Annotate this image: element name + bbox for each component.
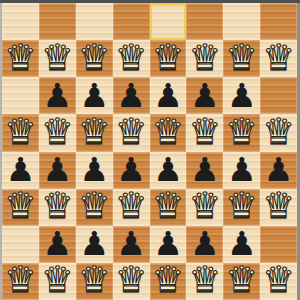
white-queen: ♛ xyxy=(226,189,258,225)
white-queen: ♛ xyxy=(189,40,221,76)
square-g8[interactable] xyxy=(223,3,260,40)
square-h2[interactable] xyxy=(260,226,297,263)
black-pawn: ♟ xyxy=(43,79,73,112)
square-e7[interactable]: ♛ xyxy=(150,40,187,77)
black-pawn: ♟ xyxy=(264,153,294,186)
square-e1[interactable]: ♛ xyxy=(150,263,187,300)
white-queen: ♛ xyxy=(115,40,147,76)
square-b2[interactable]: ♟ xyxy=(39,226,76,263)
square-h6[interactable] xyxy=(260,77,297,114)
square-b5[interactable]: ♛ xyxy=(39,114,76,151)
square-a4[interactable]: ♟ xyxy=(2,152,39,189)
black-pawn: ♟ xyxy=(79,227,109,260)
square-g4[interactable]: ♟ xyxy=(223,152,260,189)
black-pawn: ♟ xyxy=(79,79,109,112)
white-queen: ♛ xyxy=(152,40,184,76)
square-a5[interactable]: ♛ xyxy=(2,114,39,151)
black-pawn: ♟ xyxy=(43,153,73,186)
white-queen: ♛ xyxy=(152,114,184,150)
square-c2[interactable]: ♟ xyxy=(76,226,113,263)
square-b4[interactable]: ♟ xyxy=(39,152,76,189)
white-queen: ♛ xyxy=(262,263,294,299)
white-queen: ♛ xyxy=(41,40,73,76)
white-queen: ♛ xyxy=(78,189,110,225)
square-f4[interactable]: ♟ xyxy=(186,152,223,189)
square-g7[interactable]: ♛ xyxy=(223,40,260,77)
white-queen: ♛ xyxy=(115,114,147,150)
square-h5[interactable]: ♛ xyxy=(260,114,297,151)
black-pawn: ♟ xyxy=(190,153,220,186)
black-pawn: ♟ xyxy=(227,79,257,112)
square-f3[interactable]: ♛ xyxy=(186,189,223,226)
square-a6[interactable] xyxy=(2,77,39,114)
white-queen: ♛ xyxy=(78,40,110,76)
square-a2[interactable] xyxy=(2,226,39,263)
square-h8[interactable] xyxy=(260,3,297,40)
square-d3[interactable]: ♛ xyxy=(113,189,150,226)
black-pawn: ♟ xyxy=(43,227,73,260)
square-e5[interactable]: ♛ xyxy=(150,114,187,151)
square-h7[interactable]: ♛ xyxy=(260,40,297,77)
chess-board: ♛♛♛♛♛♛♛♛♟♟♟♟♟♟♛♛♛♛♛♛♛♛♟♟♟♟♟♟♟♟♛♛♛♛♛♛♛♛♟♟… xyxy=(2,3,297,300)
black-pawn: ♟ xyxy=(227,227,257,260)
square-c6[interactable]: ♟ xyxy=(76,77,113,114)
square-h3[interactable]: ♛ xyxy=(260,189,297,226)
board-frame: ♛♛♛♛♛♛♛♛♟♟♟♟♟♟♛♛♛♛♛♛♛♛♟♟♟♟♟♟♟♟♛♛♛♛♛♛♛♛♟♟… xyxy=(0,0,300,300)
square-e3[interactable]: ♛ xyxy=(150,189,187,226)
white-queen: ♛ xyxy=(152,263,184,299)
square-b8[interactable] xyxy=(39,3,76,40)
square-g2[interactable]: ♟ xyxy=(223,226,260,263)
white-queen: ♛ xyxy=(4,189,36,225)
white-queen: ♛ xyxy=(189,114,221,150)
white-queen: ♛ xyxy=(4,263,36,299)
white-queen: ♛ xyxy=(262,114,294,150)
square-d5[interactable]: ♛ xyxy=(113,114,150,151)
square-f8[interactable] xyxy=(186,3,223,40)
square-d4[interactable]: ♟ xyxy=(113,152,150,189)
square-h1[interactable]: ♛ xyxy=(260,263,297,300)
square-b7[interactable]: ♛ xyxy=(39,40,76,77)
white-queen: ♛ xyxy=(115,263,147,299)
black-pawn: ♟ xyxy=(79,153,109,186)
black-pawn: ♟ xyxy=(116,227,146,260)
white-queen: ♛ xyxy=(78,114,110,150)
white-queen: ♛ xyxy=(78,263,110,299)
white-queen: ♛ xyxy=(4,40,36,76)
square-b3[interactable]: ♛ xyxy=(39,189,76,226)
white-queen: ♛ xyxy=(226,263,258,299)
square-a1[interactable]: ♛ xyxy=(2,263,39,300)
white-queen: ♛ xyxy=(262,189,294,225)
square-e6[interactable]: ♟ xyxy=(150,77,187,114)
square-a7[interactable]: ♛ xyxy=(2,40,39,77)
black-pawn: ♟ xyxy=(116,79,146,112)
black-pawn: ♟ xyxy=(6,153,36,186)
black-pawn: ♟ xyxy=(153,227,183,260)
square-h4[interactable]: ♟ xyxy=(260,152,297,189)
square-a3[interactable]: ♛ xyxy=(2,189,39,226)
square-d6[interactable]: ♟ xyxy=(113,77,150,114)
square-c3[interactable]: ♛ xyxy=(76,189,113,226)
square-a8[interactable] xyxy=(2,3,39,40)
square-d2[interactable]: ♟ xyxy=(113,226,150,263)
square-g3[interactable]: ♛ xyxy=(223,189,260,226)
square-c5[interactable]: ♛ xyxy=(76,114,113,151)
square-d1[interactable]: ♛ xyxy=(113,263,150,300)
white-queen: ♛ xyxy=(115,189,147,225)
square-d7[interactable]: ♛ xyxy=(113,40,150,77)
white-queen: ♛ xyxy=(41,189,73,225)
square-c4[interactable]: ♟ xyxy=(76,152,113,189)
square-f5[interactable]: ♛ xyxy=(186,114,223,151)
white-queen: ♛ xyxy=(41,263,73,299)
square-g1[interactable]: ♛ xyxy=(223,263,260,300)
white-queen: ♛ xyxy=(41,114,73,150)
square-f1[interactable]: ♛ xyxy=(186,263,223,300)
white-queen: ♛ xyxy=(4,114,36,150)
white-queen: ♛ xyxy=(226,40,258,76)
square-d8[interactable] xyxy=(113,3,150,40)
black-pawn: ♟ xyxy=(227,153,257,186)
square-b6[interactable]: ♟ xyxy=(39,77,76,114)
black-pawn: ♟ xyxy=(190,79,220,112)
square-g6[interactable]: ♟ xyxy=(223,77,260,114)
white-queen: ♛ xyxy=(189,189,221,225)
square-e2[interactable]: ♟ xyxy=(150,226,187,263)
square-f6[interactable]: ♟ xyxy=(186,77,223,114)
white-queen: ♛ xyxy=(262,40,294,76)
black-pawn: ♟ xyxy=(116,153,146,186)
white-queen: ♛ xyxy=(152,189,184,225)
black-pawn: ♟ xyxy=(153,153,183,186)
square-c7[interactable]: ♛ xyxy=(76,40,113,77)
square-e8[interactable] xyxy=(150,3,187,40)
square-g5[interactable]: ♛ xyxy=(223,114,260,151)
square-c8[interactable] xyxy=(76,3,113,40)
square-b1[interactable]: ♛ xyxy=(39,263,76,300)
black-pawn: ♟ xyxy=(153,79,183,112)
square-f2[interactable]: ♟ xyxy=(186,226,223,263)
square-e4[interactable]: ♟ xyxy=(150,152,187,189)
white-queen: ♛ xyxy=(189,263,221,299)
black-pawn: ♟ xyxy=(190,227,220,260)
square-c1[interactable]: ♛ xyxy=(76,263,113,300)
white-queen: ♛ xyxy=(226,114,258,150)
square-f7[interactable]: ♛ xyxy=(186,40,223,77)
